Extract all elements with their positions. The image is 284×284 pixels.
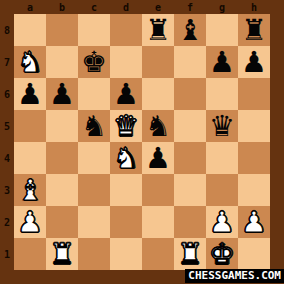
square-b2[interactable] [46,206,78,238]
square-g2[interactable]: ♟ [206,206,238,238]
black-pawn: ♟ [49,78,75,110]
square-h3[interactable] [238,174,270,206]
black-knight: ♞ [145,110,171,142]
square-a4[interactable] [14,142,46,174]
rank-label-8: 8 [0,14,14,46]
black-pawn: ♟ [113,78,139,110]
square-a3[interactable]: ♝ [14,174,46,206]
square-f6[interactable] [174,78,206,110]
file-label-a: a [14,0,46,14]
watermark: CHESSGAMES.COM [185,269,284,283]
square-e1[interactable] [142,238,174,270]
square-c6[interactable] [78,78,110,110]
white-queen: ♛ [113,110,139,142]
white-pawn: ♟ [209,206,235,238]
square-g3[interactable] [206,174,238,206]
file-label-f: f [174,0,206,14]
square-f5[interactable] [174,110,206,142]
square-c2[interactable] [78,206,110,238]
square-c7[interactable]: ♚ [78,46,110,78]
square-g7[interactable]: ♟ [206,46,238,78]
rank-label-7: 7 [0,46,14,78]
black-king: ♚ [81,46,107,78]
square-b5[interactable] [46,110,78,142]
file-label-h: h [238,0,270,14]
square-e7[interactable] [142,46,174,78]
white-knight: ♞ [113,142,139,174]
square-a8[interactable] [14,14,46,46]
square-h1[interactable] [238,238,270,270]
square-a2[interactable]: ♟ [14,206,46,238]
white-pawn: ♟ [17,206,43,238]
chessboard-frame: ♜♝♜♞♚♟♟♟♟♟♞♛♞♛♞♟♝♟♟♟♜♜♚ abcdefgh87654321… [0,0,284,284]
square-e8[interactable]: ♜ [142,14,174,46]
white-knight: ♞ [17,46,43,78]
square-a1[interactable] [14,238,46,270]
square-e4[interactable]: ♟ [142,142,174,174]
white-rook: ♜ [49,238,75,270]
square-h8[interactable]: ♜ [238,14,270,46]
square-f1[interactable]: ♜ [174,238,206,270]
black-bishop: ♝ [177,14,203,46]
square-b8[interactable] [46,14,78,46]
square-f2[interactable] [174,206,206,238]
file-label-c: c [78,0,110,14]
square-h4[interactable] [238,142,270,174]
rank-label-5: 5 [0,110,14,142]
square-e2[interactable] [142,206,174,238]
square-g5[interactable]: ♛ [206,110,238,142]
square-d1[interactable] [110,238,142,270]
square-d2[interactable] [110,206,142,238]
square-f8[interactable]: ♝ [174,14,206,46]
square-d6[interactable]: ♟ [110,78,142,110]
black-pawn: ♟ [145,142,171,174]
black-rook: ♜ [241,14,267,46]
white-king: ♚ [209,238,235,270]
square-g6[interactable] [206,78,238,110]
white-bishop: ♝ [17,174,43,206]
square-a5[interactable] [14,110,46,142]
rank-label-6: 6 [0,78,14,110]
square-d5[interactable]: ♛ [110,110,142,142]
square-c8[interactable] [78,14,110,46]
black-pawn: ♟ [241,46,267,78]
square-g8[interactable] [206,14,238,46]
square-e3[interactable] [142,174,174,206]
square-b7[interactable] [46,46,78,78]
white-pawn: ♟ [241,206,267,238]
square-g4[interactable] [206,142,238,174]
rank-label-3: 3 [0,174,14,206]
square-e5[interactable]: ♞ [142,110,174,142]
square-a7[interactable]: ♞ [14,46,46,78]
black-pawn: ♟ [209,46,235,78]
square-c3[interactable] [78,174,110,206]
square-h2[interactable]: ♟ [238,206,270,238]
square-b4[interactable] [46,142,78,174]
file-label-e: e [142,0,174,14]
square-b3[interactable] [46,174,78,206]
board: ♜♝♜♞♚♟♟♟♟♟♞♛♞♛♞♟♝♟♟♟♜♜♚ [14,14,270,270]
black-rook: ♜ [145,14,171,46]
square-h6[interactable] [238,78,270,110]
black-pawn: ♟ [17,78,43,110]
square-d3[interactable] [110,174,142,206]
square-f7[interactable] [174,46,206,78]
rank-label-1: 1 [0,238,14,270]
square-c4[interactable] [78,142,110,174]
white-rook: ♜ [177,238,203,270]
square-c1[interactable] [78,238,110,270]
square-c5[interactable]: ♞ [78,110,110,142]
square-b6[interactable]: ♟ [46,78,78,110]
square-f4[interactable] [174,142,206,174]
rank-label-4: 4 [0,142,14,174]
square-f3[interactable] [174,174,206,206]
square-b1[interactable]: ♜ [46,238,78,270]
square-a6[interactable]: ♟ [14,78,46,110]
black-knight: ♞ [81,110,107,142]
file-label-b: b [46,0,78,14]
square-d4[interactable]: ♞ [110,142,142,174]
black-queen: ♛ [209,110,235,142]
square-h5[interactable] [238,110,270,142]
square-d8[interactable] [110,14,142,46]
square-h7[interactable]: ♟ [238,46,270,78]
square-e6[interactable] [142,78,174,110]
square-g1[interactable]: ♚ [206,238,238,270]
square-d7[interactable] [110,46,142,78]
file-label-g: g [206,0,238,14]
file-label-d: d [110,0,142,14]
rank-label-2: 2 [0,206,14,238]
